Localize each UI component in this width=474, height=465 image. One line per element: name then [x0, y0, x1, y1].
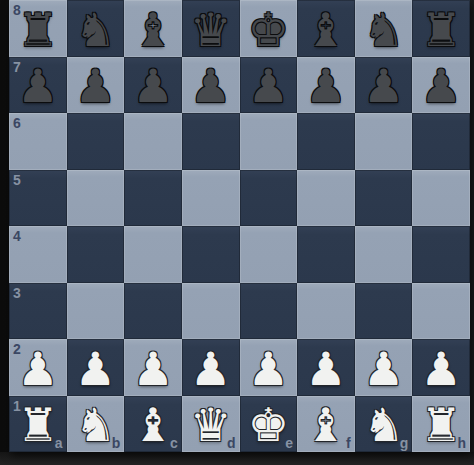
square-a4[interactable]: 4 — [9, 226, 67, 283]
square-c4[interactable] — [124, 226, 182, 283]
square-e3[interactable] — [240, 283, 298, 340]
square-e7[interactable]: ♟ — [240, 57, 298, 114]
square-f8[interactable]: ♝ — [297, 0, 355, 57]
piece-white-pawn-f2[interactable]: ♟ — [297, 339, 355, 396]
square-h6[interactable] — [412, 113, 470, 170]
square-a3[interactable]: 3 — [9, 283, 67, 340]
square-b6[interactable] — [67, 113, 125, 170]
piece-white-pawn-h2[interactable]: ♟ — [412, 339, 470, 396]
piece-black-pawn-c7[interactable]: ♟ — [124, 57, 182, 114]
piece-black-pawn-b7[interactable]: ♟ — [67, 57, 125, 114]
chess-board: 8♜♞♝♛♚♝♞♜7♟♟♟♟♟♟♟♟65432♟♟♟♟♟♟♟♟1a♜b♞c♝d♛… — [9, 0, 470, 452]
square-d4[interactable] — [182, 226, 240, 283]
square-e5[interactable] — [240, 170, 298, 227]
piece-white-rook-h1[interactable]: ♜ — [412, 396, 470, 453]
piece-black-queen-d8[interactable]: ♛ — [182, 0, 240, 57]
square-g4[interactable] — [355, 226, 413, 283]
square-d3[interactable] — [182, 283, 240, 340]
square-a6[interactable]: 6 — [9, 113, 67, 170]
piece-white-bishop-f1[interactable]: ♝ — [297, 396, 355, 453]
square-f3[interactable] — [297, 283, 355, 340]
rank-label-3: 3 — [13, 286, 21, 300]
square-b5[interactable] — [67, 170, 125, 227]
square-g1[interactable]: g♞ — [355, 396, 413, 453]
piece-black-knight-b8[interactable]: ♞ — [67, 0, 125, 57]
board-frame-bottom — [0, 452, 474, 465]
square-f4[interactable] — [297, 226, 355, 283]
square-d1[interactable]: d♛ — [182, 396, 240, 453]
piece-white-knight-b1[interactable]: ♞ — [67, 396, 125, 453]
piece-white-pawn-g2[interactable]: ♟ — [355, 339, 413, 396]
piece-black-pawn-g7[interactable]: ♟ — [355, 57, 413, 114]
square-b1[interactable]: b♞ — [67, 396, 125, 453]
square-e4[interactable] — [240, 226, 298, 283]
piece-white-rook-a1[interactable]: ♜ — [9, 396, 67, 453]
piece-white-pawn-c2[interactable]: ♟ — [124, 339, 182, 396]
piece-black-pawn-f7[interactable]: ♟ — [297, 57, 355, 114]
piece-white-pawn-b2[interactable]: ♟ — [67, 339, 125, 396]
piece-black-rook-a8[interactable]: ♜ — [9, 0, 67, 57]
square-b3[interactable] — [67, 283, 125, 340]
square-e6[interactable] — [240, 113, 298, 170]
square-f5[interactable] — [297, 170, 355, 227]
square-b2[interactable]: ♟ — [67, 339, 125, 396]
square-h3[interactable] — [412, 283, 470, 340]
square-g8[interactable]: ♞ — [355, 0, 413, 57]
square-a8[interactable]: 8♜ — [9, 0, 67, 57]
square-d6[interactable] — [182, 113, 240, 170]
piece-white-knight-g1[interactable]: ♞ — [355, 396, 413, 453]
square-c1[interactable]: c♝ — [124, 396, 182, 453]
piece-white-queen-d1[interactable]: ♛ — [182, 396, 240, 453]
chess-app-window: 8♜♞♝♛♚♝♞♜7♟♟♟♟♟♟♟♟65432♟♟♟♟♟♟♟♟1a♜b♞c♝d♛… — [0, 0, 474, 465]
square-a2[interactable]: 2♟ — [9, 339, 67, 396]
square-c5[interactable] — [124, 170, 182, 227]
square-b7[interactable]: ♟ — [67, 57, 125, 114]
piece-black-pawn-a7[interactable]: ♟ — [9, 57, 67, 114]
piece-black-king-e8[interactable]: ♚ — [240, 0, 298, 57]
square-h5[interactable] — [412, 170, 470, 227]
square-b4[interactable] — [67, 226, 125, 283]
square-h4[interactable] — [412, 226, 470, 283]
piece-black-bishop-f8[interactable]: ♝ — [297, 0, 355, 57]
square-c8[interactable]: ♝ — [124, 0, 182, 57]
piece-white-pawn-a2[interactable]: ♟ — [9, 339, 67, 396]
square-d8[interactable]: ♛ — [182, 0, 240, 57]
rank-label-6: 6 — [13, 116, 21, 130]
square-a1[interactable]: 1a♜ — [9, 396, 67, 453]
piece-black-knight-g8[interactable]: ♞ — [355, 0, 413, 57]
piece-white-pawn-e2[interactable]: ♟ — [240, 339, 298, 396]
piece-white-king-e1[interactable]: ♚ — [240, 396, 298, 453]
rank-label-5: 5 — [13, 173, 21, 187]
square-a7[interactable]: 7♟ — [9, 57, 67, 114]
piece-black-bishop-c8[interactable]: ♝ — [124, 0, 182, 57]
square-g2[interactable]: ♟ — [355, 339, 413, 396]
square-h2[interactable]: ♟ — [412, 339, 470, 396]
piece-black-pawn-e7[interactable]: ♟ — [240, 57, 298, 114]
square-g6[interactable] — [355, 113, 413, 170]
square-c6[interactable] — [124, 113, 182, 170]
rank-label-4: 4 — [13, 229, 21, 243]
square-e8[interactable]: ♚ — [240, 0, 298, 57]
piece-black-pawn-h7[interactable]: ♟ — [412, 57, 470, 114]
piece-black-rook-h8[interactable]: ♜ — [412, 0, 470, 57]
square-c7[interactable]: ♟ — [124, 57, 182, 114]
square-h7[interactable]: ♟ — [412, 57, 470, 114]
square-g7[interactable]: ♟ — [355, 57, 413, 114]
square-e2[interactable]: ♟ — [240, 339, 298, 396]
square-d5[interactable] — [182, 170, 240, 227]
square-c3[interactable] — [124, 283, 182, 340]
square-f7[interactable]: ♟ — [297, 57, 355, 114]
square-g3[interactable] — [355, 283, 413, 340]
square-d2[interactable]: ♟ — [182, 339, 240, 396]
square-c2[interactable]: ♟ — [124, 339, 182, 396]
square-h8[interactable]: ♜ — [412, 0, 470, 57]
piece-black-pawn-d7[interactable]: ♟ — [182, 57, 240, 114]
piece-white-pawn-d2[interactable]: ♟ — [182, 339, 240, 396]
square-f6[interactable] — [297, 113, 355, 170]
square-d7[interactable]: ♟ — [182, 57, 240, 114]
square-f2[interactable]: ♟ — [297, 339, 355, 396]
square-e1[interactable]: e♚ — [240, 396, 298, 453]
square-h1[interactable]: h♜ — [412, 396, 470, 453]
square-a5[interactable]: 5 — [9, 170, 67, 227]
square-g5[interactable] — [355, 170, 413, 227]
square-f1[interactable]: f♝ — [297, 396, 355, 453]
piece-white-bishop-c1[interactable]: ♝ — [124, 396, 182, 453]
square-b8[interactable]: ♞ — [67, 0, 125, 57]
